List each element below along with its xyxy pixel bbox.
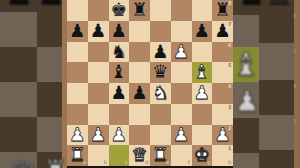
square-b2[interactable]: ♟ <box>88 125 109 146</box>
file-label-b: b <box>103 160 107 165</box>
piece-white-knight[interactable]: ♞ <box>150 83 171 104</box>
rank-label-3: 3 <box>228 105 231 110</box>
square-f4[interactable] <box>171 83 192 104</box>
square-a5[interactable] <box>67 62 88 83</box>
piece-white-pawn[interactable]: ♟ <box>67 125 88 146</box>
square-h6[interactable]: 6 <box>212 42 233 63</box>
bg-square <box>0 117 37 152</box>
piece-black-pawn[interactable]: ♟ <box>67 21 88 42</box>
bg-rank-digit: 4 <box>293 83 297 89</box>
piece-black-pawn[interactable]: ♟ <box>88 21 109 42</box>
file-label-c: c <box>125 160 128 165</box>
piece-black-rook[interactable]: ♜ <box>129 0 150 21</box>
bg-rank-digit: 5 <box>293 48 297 54</box>
bg-white-pawn-icon: ♟ <box>233 88 261 116</box>
piece-white-pawn[interactable]: ♟ <box>192 83 213 104</box>
square-c4[interactable]: ♟ <box>109 83 130 104</box>
square-b6[interactable] <box>88 42 109 63</box>
square-g1[interactable]: ♚g <box>192 145 213 166</box>
square-f8[interactable] <box>171 0 192 21</box>
square-f1[interactable]: f <box>171 145 192 166</box>
square-g5[interactable]: ♝ <box>192 62 213 83</box>
bg-square <box>259 115 294 150</box>
bg-square <box>37 47 62 82</box>
piece-white-pawn[interactable]: ♟ <box>88 125 109 146</box>
square-b3[interactable] <box>88 104 109 125</box>
square-c1[interactable]: c <box>109 145 130 166</box>
square-b7[interactable]: ♟ <box>88 21 109 42</box>
bg-white-rook-glimpse-icon: ♜ <box>42 157 67 168</box>
square-h7[interactable]: ♟7 <box>212 21 233 42</box>
square-h3[interactable]: 3 <box>212 104 233 125</box>
piece-white-pawn[interactable]: ♟ <box>171 42 192 63</box>
square-d8[interactable]: ♜ <box>129 0 150 21</box>
square-e3[interactable] <box>150 104 171 125</box>
bg-square <box>0 12 37 47</box>
piece-white-queen[interactable]: ♛ <box>129 145 150 166</box>
square-h1[interactable]: 1h <box>212 145 233 166</box>
square-d5[interactable] <box>129 62 150 83</box>
square-h8[interactable]: ♜8 <box>212 0 233 21</box>
bg-square <box>259 150 294 168</box>
rank-label-6: 6 <box>228 43 231 48</box>
square-f7[interactable] <box>171 21 192 42</box>
square-g8[interactable] <box>192 0 213 21</box>
square-b1[interactable]: b <box>88 145 109 166</box>
square-d6[interactable] <box>129 42 150 63</box>
square-f2[interactable]: ♟ <box>171 125 192 146</box>
square-e5[interactable]: ♛ <box>150 62 171 83</box>
chess-board: ♚♜♜8♟♟♟♟♟7♞♟♟6♝♛♝5♟♟♞♟43♟♟♟♟♟2♜abc♛d♜ef♚… <box>67 0 233 166</box>
bg-square <box>0 47 37 82</box>
bg-black-piece-silhouette-icon: ♟ <box>238 0 266 10</box>
bg-square <box>37 12 62 47</box>
square-a8[interactable] <box>67 0 88 21</box>
piece-white-king[interactable]: ♚ <box>192 145 213 166</box>
square-a6[interactable] <box>67 42 88 63</box>
bg-square <box>259 80 294 115</box>
square-e6[interactable]: ♟ <box>150 42 171 63</box>
piece-black-queen[interactable]: ♛ <box>150 62 171 83</box>
bg-square <box>233 118 259 153</box>
bg-square <box>0 82 37 117</box>
square-a7[interactable]: ♟ <box>67 21 88 42</box>
piece-white-rook[interactable]: ♜ <box>150 145 171 166</box>
square-e4[interactable]: ♞ <box>150 83 171 104</box>
square-a4[interactable] <box>67 83 88 104</box>
square-g7[interactable]: ♟ <box>192 21 213 42</box>
bg-square <box>37 117 62 152</box>
piece-black-king[interactable]: ♚ <box>109 0 130 21</box>
file-label-h: h <box>228 160 232 165</box>
square-f6[interactable]: ♟ <box>171 42 192 63</box>
piece-white-pawn[interactable]: ♟ <box>212 125 233 146</box>
square-e7[interactable] <box>150 21 171 42</box>
bg-black-pawn-silhouette-icon: ♟ <box>36 0 66 10</box>
bg-white-bishop-icon: ♝ <box>233 49 261 80</box>
square-d7[interactable] <box>129 21 150 42</box>
bg-square <box>233 153 259 168</box>
bg-rank-digit: 3 <box>293 119 297 125</box>
piece-black-bishop[interactable]: ♝ <box>109 62 130 83</box>
screenshot-stage: ♟ ♟ ♛ ♜ ♟ ♜ ♝ ♟ 6 5 4 3 ♚♜♜8♟♟♟♟♟7♞♟♟6♝♛… <box>0 0 300 168</box>
square-e1[interactable]: ♜e <box>150 145 171 166</box>
bg-white-queen-glimpse-icon: ♛ <box>8 158 38 168</box>
piece-black-pawn[interactable]: ♟ <box>109 83 130 104</box>
square-h5[interactable]: 5 <box>212 62 233 83</box>
square-c5[interactable]: ♝ <box>109 62 130 83</box>
square-b5[interactable] <box>88 62 109 83</box>
bg-rank-digit: 6 <box>293 13 297 19</box>
bg-black-piece-silhouette-icon: ♜ <box>263 0 295 10</box>
square-d4[interactable]: ♟ <box>129 83 150 104</box>
square-c6[interactable]: ♞ <box>109 42 130 63</box>
rank-label-4: 4 <box>228 84 231 89</box>
bg-black-pawn-silhouette-icon: ♟ <box>4 0 34 10</box>
background-left-panel: ♟ ♟ ♛ ♜ <box>0 0 67 168</box>
square-e8[interactable] <box>150 0 171 21</box>
square-d2[interactable] <box>129 125 150 146</box>
square-g2[interactable] <box>192 125 213 146</box>
square-a3[interactable] <box>67 104 88 125</box>
square-e2[interactable] <box>150 125 171 146</box>
background-right-panel: ♟ ♜ ♝ ♟ 6 5 4 3 <box>233 0 300 168</box>
square-b8[interactable] <box>88 0 109 21</box>
piece-black-knight[interactable]: ♞ <box>109 42 130 63</box>
file-label-f: f <box>188 160 190 165</box>
square-f5[interactable] <box>171 62 192 83</box>
bg-square <box>37 82 62 117</box>
square-c3[interactable] <box>109 104 130 125</box>
square-b4[interactable] <box>88 83 109 104</box>
piece-white-bishop[interactable]: ♝ <box>192 62 213 83</box>
square-d3[interactable] <box>129 104 150 125</box>
square-a1[interactable]: ♜a <box>67 145 88 166</box>
square-c7[interactable]: ♟ <box>109 21 130 42</box>
bg-square <box>233 15 259 47</box>
bg-square <box>259 43 294 80</box>
piece-black-rook[interactable]: ♜ <box>212 0 233 21</box>
square-c8[interactable]: ♚ <box>109 0 130 21</box>
piece-black-pawn[interactable]: ♟ <box>212 21 233 42</box>
square-d1[interactable]: ♛d <box>129 145 150 166</box>
board-bottom-edge <box>67 166 233 168</box>
square-f3[interactable] <box>171 104 192 125</box>
square-g3[interactable] <box>192 104 213 125</box>
square-a2[interactable]: ♟ <box>67 125 88 146</box>
piece-black-pawn[interactable]: ♟ <box>150 42 171 63</box>
square-h2[interactable]: ♟2 <box>212 125 233 146</box>
piece-black-pawn[interactable]: ♟ <box>129 83 150 104</box>
piece-white-pawn[interactable]: ♟ <box>109 125 130 146</box>
piece-white-pawn[interactable]: ♟ <box>171 125 192 146</box>
square-g4[interactable]: ♟ <box>192 83 213 104</box>
square-c2[interactable]: ♟ <box>109 125 130 146</box>
rank-label-1: 1 <box>228 146 231 151</box>
square-g6[interactable] <box>192 42 213 63</box>
rank-label-5: 5 <box>228 63 231 68</box>
piece-black-pawn[interactable]: ♟ <box>109 21 130 42</box>
piece-white-rook[interactable]: ♜ <box>67 145 88 166</box>
piece-black-pawn[interactable]: ♟ <box>192 21 213 42</box>
square-h4[interactable]: 4 <box>212 83 233 104</box>
